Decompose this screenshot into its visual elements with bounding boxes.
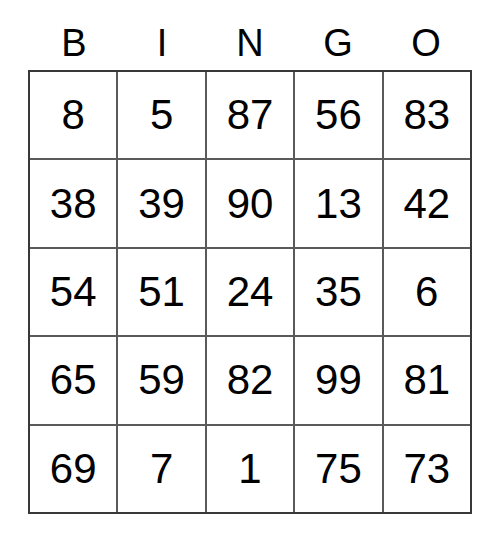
bingo-cell-r0c3[interactable]: 56 <box>295 72 381 158</box>
bingo-cell-r1c1[interactable]: 39 <box>118 160 204 246</box>
bingo-cell-r2c3[interactable]: 35 <box>295 249 381 335</box>
bingo-cell-r3c3[interactable]: 99 <box>295 337 381 423</box>
column-letter-b: B <box>30 20 118 66</box>
bingo-cell-r4c3[interactable]: 75 <box>295 426 381 512</box>
bingo-cell-r4c4[interactable]: 73 <box>384 426 470 512</box>
bingo-card: B I N G O 8 5 87 56 83 38 39 90 13 42 54… <box>0 0 500 544</box>
bingo-cell-r1c3[interactable]: 13 <box>295 160 381 246</box>
bingo-cell-r2c2[interactable]: 24 <box>207 249 293 335</box>
bingo-header-row: B I N G O <box>30 20 470 66</box>
column-letter-g: G <box>294 20 382 66</box>
bingo-cell-r0c1[interactable]: 5 <box>118 72 204 158</box>
bingo-cell-r3c4[interactable]: 81 <box>384 337 470 423</box>
column-letter-o: O <box>382 20 470 66</box>
bingo-cell-r0c4[interactable]: 83 <box>384 72 470 158</box>
bingo-cell-r4c1[interactable]: 7 <box>118 426 204 512</box>
bingo-cell-r3c1[interactable]: 59 <box>118 337 204 423</box>
bingo-cell-r2c4[interactable]: 6 <box>384 249 470 335</box>
bingo-cell-r1c4[interactable]: 42 <box>384 160 470 246</box>
bingo-grid: 8 5 87 56 83 38 39 90 13 42 54 51 24 35 … <box>28 70 472 514</box>
column-letter-i: I <box>118 20 206 66</box>
bingo-cell-r2c0[interactable]: 54 <box>30 249 116 335</box>
bingo-cell-r1c0[interactable]: 38 <box>30 160 116 246</box>
bingo-cell-r4c2[interactable]: 1 <box>207 426 293 512</box>
bingo-cell-r0c2[interactable]: 87 <box>207 72 293 158</box>
bingo-cell-r0c0[interactable]: 8 <box>30 72 116 158</box>
column-letter-n: N <box>206 20 294 66</box>
bingo-cell-r4c0[interactable]: 69 <box>30 426 116 512</box>
bingo-cell-r3c0[interactable]: 65 <box>30 337 116 423</box>
bingo-cell-r2c1[interactable]: 51 <box>118 249 204 335</box>
bingo-cell-r1c2[interactable]: 90 <box>207 160 293 246</box>
bingo-cell-r3c2[interactable]: 82 <box>207 337 293 423</box>
